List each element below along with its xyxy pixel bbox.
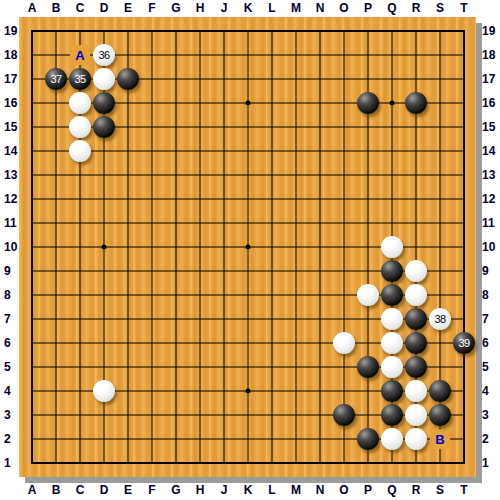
star-point-K10: [246, 245, 251, 250]
stone-black-P16[interactable]: [357, 92, 379, 114]
coord-label-bottom-P: P: [356, 482, 380, 498]
stone-white-Q10[interactable]: [381, 236, 403, 258]
coord-label-right-2: 2: [482, 431, 500, 447]
coord-label-bottom-B: B: [44, 482, 68, 498]
stone-white-R4[interactable]: [405, 380, 427, 402]
coord-label-top-R: R: [404, 0, 428, 16]
coord-label-right-13: 13: [482, 167, 500, 183]
coord-label-right-15: 15: [482, 119, 500, 135]
stone-black-S3[interactable]: [429, 404, 451, 426]
coord-label-right-4: 4: [482, 383, 500, 399]
coord-label-right-6: 6: [482, 335, 500, 351]
stone-black-D15[interactable]: [93, 116, 115, 138]
stone-white-D4[interactable]: [93, 380, 115, 402]
coord-label-right-16: 16: [482, 95, 500, 111]
coord-label-top-D: D: [92, 0, 116, 16]
coord-label-top-C: C: [68, 0, 92, 16]
stone-black-Q3[interactable]: [381, 404, 403, 426]
coord-label-bottom-D: D: [92, 482, 116, 498]
coord-label-top-O: O: [332, 0, 356, 16]
stone-black-Q4[interactable]: [381, 380, 403, 402]
stone-black-R5[interactable]: [405, 356, 427, 378]
coord-label-right-10: 10: [482, 239, 500, 255]
stone-black-B17[interactable]: 37: [45, 68, 67, 90]
stone-black-D16[interactable]: [93, 92, 115, 114]
stone-black-R6[interactable]: [405, 332, 427, 354]
go-board[interactable]: AB3735393638: [19, 17, 476, 477]
stone-white-P8[interactable]: [357, 284, 379, 306]
coord-label-top-B: B: [44, 0, 68, 16]
stone-white-Q6[interactable]: [381, 332, 403, 354]
coord-label-top-G: G: [164, 0, 188, 16]
coord-label-bottom-A: A: [20, 482, 44, 498]
stone-white-Q5[interactable]: [381, 356, 403, 378]
coord-label-right-11: 11: [482, 215, 500, 231]
coord-label-right-14: 14: [482, 143, 500, 159]
coord-label-top-P: P: [356, 0, 380, 16]
coord-label-top-S: S: [428, 0, 452, 16]
stone-white-R8[interactable]: [405, 284, 427, 306]
coord-label-top-T: T: [452, 0, 476, 16]
stone-black-O3[interactable]: [333, 404, 355, 426]
coord-label-right-3: 3: [482, 407, 500, 423]
coord-label-top-L: L: [260, 0, 284, 16]
stone-black-P5[interactable]: [357, 356, 379, 378]
stone-white-R2[interactable]: [405, 428, 427, 450]
go-board-app: ABCDEFGHJKLMNOPQRST ABCDEFGHJKLMNOPQRST …: [0, 0, 500, 500]
stone-black-R7[interactable]: [405, 308, 427, 330]
coord-label-right-7: 7: [482, 311, 500, 327]
coord-label-bottom-L: L: [260, 482, 284, 498]
stone-black-T6[interactable]: 39: [453, 332, 475, 354]
stone-black-C17[interactable]: 35: [69, 68, 91, 90]
stone-white-C14[interactable]: [69, 140, 91, 162]
coord-label-top-Q: Q: [380, 0, 404, 16]
star-point-K4: [246, 389, 251, 394]
stone-white-Q2[interactable]: [381, 428, 403, 450]
stone-black-R16[interactable]: [405, 92, 427, 114]
annotation-A-C18: A: [70, 45, 90, 65]
move-number-label: 36: [98, 44, 109, 66]
coord-label-right-5: 5: [482, 359, 500, 375]
coord-label-top-F: F: [140, 0, 164, 16]
move-number-label: 35: [74, 68, 85, 90]
star-point-D10: [102, 245, 107, 250]
stone-white-D17[interactable]: [93, 68, 115, 90]
coord-label-right-12: 12: [482, 191, 500, 207]
coord-label-right-17: 17: [482, 71, 500, 87]
coord-label-bottom-O: O: [332, 482, 356, 498]
coord-label-top-K: K: [236, 0, 260, 16]
stone-black-E17[interactable]: [117, 68, 139, 90]
coord-label-bottom-F: F: [140, 482, 164, 498]
stone-white-C15[interactable]: [69, 116, 91, 138]
coord-label-top-J: J: [212, 0, 236, 16]
annotation-label: B: [435, 432, 444, 447]
star-point-Q16: [390, 101, 395, 106]
coord-label-bottom-S: S: [428, 482, 452, 498]
coord-label-right-18: 18: [482, 47, 500, 63]
coord-label-right-1: 1: [482, 455, 500, 471]
coord-label-right-19: 19: [482, 23, 500, 39]
coord-label-top-N: N: [308, 0, 332, 16]
coord-label-top-M: M: [284, 0, 308, 16]
coord-label-bottom-Q: Q: [380, 482, 404, 498]
stone-black-P2[interactable]: [357, 428, 379, 450]
coord-label-right-9: 9: [482, 263, 500, 279]
coord-label-top-E: E: [116, 0, 140, 16]
coord-label-bottom-G: G: [164, 482, 188, 498]
stone-black-Q8[interactable]: [381, 284, 403, 306]
coord-label-bottom-J: J: [212, 482, 236, 498]
annotation-label: A: [75, 48, 84, 63]
stone-black-S4[interactable]: [429, 380, 451, 402]
stone-white-D18[interactable]: 36: [93, 44, 115, 66]
stone-white-R9[interactable]: [405, 260, 427, 282]
annotation-B-S2: B: [430, 429, 450, 449]
coord-label-bottom-H: H: [188, 482, 212, 498]
stone-white-C16[interactable]: [69, 92, 91, 114]
coord-label-bottom-M: M: [284, 482, 308, 498]
coord-label-bottom-R: R: [404, 482, 428, 498]
coord-label-bottom-E: E: [116, 482, 140, 498]
coord-label-right-8: 8: [482, 287, 500, 303]
coord-label-top-H: H: [188, 0, 212, 16]
move-number-label: 37: [50, 68, 61, 90]
move-number-label: 38: [434, 308, 445, 330]
coord-label-top-A: A: [20, 0, 44, 16]
coord-label-bottom-K: K: [236, 482, 260, 498]
stone-white-S7[interactable]: 38: [429, 308, 451, 330]
star-point-K16: [246, 101, 251, 106]
coord-label-bottom-C: C: [68, 482, 92, 498]
stone-white-Q7[interactable]: [381, 308, 403, 330]
move-number-label: 39: [458, 332, 469, 354]
coord-label-bottom-N: N: [308, 482, 332, 498]
stone-white-R3[interactable]: [405, 404, 427, 426]
coord-label-bottom-T: T: [452, 482, 476, 498]
stone-white-O6[interactable]: [333, 332, 355, 354]
stone-black-Q9[interactable]: [381, 260, 403, 282]
